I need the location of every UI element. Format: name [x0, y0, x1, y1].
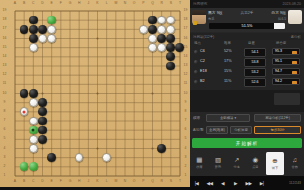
- intersection[interactable]: [10, 80, 19, 89]
- intersection[interactable]: [175, 116, 184, 125]
- intersection[interactable]: [129, 34, 138, 43]
- intersection[interactable]: [157, 125, 166, 134]
- intersection[interactable]: [65, 125, 74, 134]
- intersection[interactable]: [129, 89, 138, 98]
- intersection[interactable]: [139, 71, 148, 80]
- intersection[interactable]: [166, 153, 175, 162]
- intersection[interactable]: [120, 89, 129, 98]
- intersection[interactable]: [84, 89, 93, 98]
- intersection[interactable]: [38, 98, 47, 107]
- intersection[interactable]: [47, 171, 56, 180]
- intersection[interactable]: [75, 135, 84, 144]
- intersection[interactable]: [84, 144, 93, 153]
- intersection[interactable]: [84, 98, 93, 107]
- intersection[interactable]: [47, 16, 56, 25]
- intersection[interactable]: [29, 71, 38, 80]
- intersection[interactable]: [75, 171, 84, 180]
- ai-move-row[interactable]: E1815%53.294.7: [190, 67, 304, 76]
- intersection[interactable]: [93, 89, 102, 98]
- intersection[interactable]: [148, 116, 157, 125]
- intersection[interactable]: [120, 52, 129, 61]
- intersection[interactable]: [102, 6, 111, 15]
- intersection[interactable]: [84, 80, 93, 89]
- intersection[interactable]: [93, 153, 102, 162]
- intersection[interactable]: [139, 98, 148, 107]
- intersection[interactable]: [47, 98, 56, 107]
- intersection[interactable]: [166, 116, 175, 125]
- intersection[interactable]: [139, 116, 148, 125]
- intersection[interactable]: [157, 162, 166, 171]
- intersection[interactable]: [129, 6, 138, 15]
- intersection[interactable]: [129, 80, 138, 89]
- intersection[interactable]: [56, 43, 65, 52]
- intersection[interactable]: [102, 116, 111, 125]
- intersection[interactable]: [157, 116, 166, 125]
- intersection[interactable]: [120, 80, 129, 89]
- intersection[interactable]: [148, 135, 157, 144]
- intersection[interactable]: [10, 52, 19, 61]
- intersection[interactable]: [75, 25, 84, 34]
- intersection[interactable]: [102, 16, 111, 25]
- intersection[interactable]: [139, 16, 148, 25]
- intersection[interactable]: [10, 135, 19, 144]
- intersection[interactable]: [38, 116, 47, 125]
- intersection[interactable]: [10, 89, 19, 98]
- intersection[interactable]: [38, 153, 47, 162]
- intersection[interactable]: [56, 98, 65, 107]
- intersection[interactable]: [175, 80, 184, 89]
- tool-trymove[interactable]: ⊕试下: [266, 152, 285, 175]
- intersection[interactable]: [29, 16, 38, 25]
- intersection[interactable]: [120, 107, 129, 116]
- intersection[interactable]: [166, 16, 175, 25]
- intersection[interactable]: [10, 144, 19, 153]
- intersection[interactable]: [47, 71, 56, 80]
- intersection[interactable]: [38, 61, 47, 70]
- intersection[interactable]: [75, 125, 84, 134]
- intersection[interactable]: [175, 153, 184, 162]
- intersection[interactable]: [148, 43, 157, 52]
- intersection[interactable]: [129, 116, 138, 125]
- intersection[interactable]: [175, 25, 184, 34]
- intersection[interactable]: [102, 98, 111, 107]
- engine-depth-field[interactable]: 分析深度: [230, 126, 252, 134]
- intersection[interactable]: [111, 61, 120, 70]
- intersection[interactable]: [157, 6, 166, 15]
- intersection[interactable]: [139, 25, 148, 34]
- intersection[interactable]: [20, 162, 29, 171]
- intersection[interactable]: [20, 34, 29, 43]
- intersection[interactable]: [84, 71, 93, 80]
- intersection[interactable]: [166, 6, 175, 15]
- intersection[interactable]: [102, 80, 111, 89]
- intersection[interactable]: [93, 61, 102, 70]
- intersection[interactable]: [166, 25, 175, 34]
- intersection[interactable]: [47, 153, 56, 162]
- intersection[interactable]: [20, 43, 29, 52]
- intersection[interactable]: [129, 153, 138, 162]
- intersection[interactable]: [120, 34, 129, 43]
- intersection[interactable]: [157, 153, 166, 162]
- intersection[interactable]: [148, 162, 157, 171]
- intersection[interactable]: [148, 61, 157, 70]
- tool-sound[interactable]: ♫音效: [285, 151, 304, 174]
- intersection[interactable]: [47, 125, 56, 134]
- tool-count[interactable]: ◉点目: [246, 151, 265, 174]
- intersection[interactable]: [38, 16, 47, 25]
- intersection[interactable]: [157, 144, 166, 153]
- intersection[interactable]: [157, 107, 166, 116]
- intersection[interactable]: [175, 52, 184, 61]
- intersection[interactable]: [65, 80, 74, 89]
- intersection[interactable]: [20, 144, 29, 153]
- intersection[interactable]: [75, 16, 84, 25]
- intersection[interactable]: [75, 153, 84, 162]
- intersection[interactable]: [56, 116, 65, 125]
- intersection[interactable]: [166, 52, 175, 61]
- intersection[interactable]: [129, 61, 138, 70]
- intersection[interactable]: [102, 52, 111, 61]
- intersection[interactable]: [93, 71, 102, 80]
- intersection[interactable]: [10, 98, 19, 107]
- intersection[interactable]: [157, 71, 166, 80]
- intersection[interactable]: [175, 162, 184, 171]
- intersection[interactable]: [29, 61, 38, 70]
- intersection[interactable]: [166, 34, 175, 43]
- intersection[interactable]: [20, 25, 29, 34]
- tool-share[interactable]: ↗分享: [227, 151, 246, 174]
- intersection[interactable]: [102, 153, 111, 162]
- intersection[interactable]: [93, 98, 102, 107]
- intersection[interactable]: [111, 162, 120, 171]
- intersection[interactable]: [111, 98, 120, 107]
- tool-shape[interactable]: ▧形势: [209, 151, 228, 174]
- intersection[interactable]: [157, 98, 166, 107]
- intersection[interactable]: [148, 80, 157, 89]
- intersection[interactable]: [148, 25, 157, 34]
- intersection[interactable]: [38, 52, 47, 61]
- intersection[interactable]: [10, 125, 19, 134]
- intersection[interactable]: [75, 52, 84, 61]
- intersection[interactable]: [157, 16, 166, 25]
- intersection[interactable]: [56, 16, 65, 25]
- intersection[interactable]: [29, 116, 38, 125]
- intersection[interactable]: [129, 144, 138, 153]
- intersection[interactable]: [102, 89, 111, 98]
- intersection[interactable]: [56, 52, 65, 61]
- intersection[interactable]: [20, 61, 29, 70]
- intersection[interactable]: [20, 80, 29, 89]
- kifu-select[interactable]: 全部棋谱 ▾: [206, 114, 250, 122]
- intersection[interactable]: [84, 16, 93, 25]
- intersection[interactable]: [120, 71, 129, 80]
- intersection[interactable]: [84, 25, 93, 34]
- intersection[interactable]: [38, 25, 47, 34]
- intersection[interactable]: [139, 144, 148, 153]
- intersection[interactable]: [120, 16, 129, 25]
- intersection[interactable]: [102, 171, 111, 180]
- intersection[interactable]: [47, 25, 56, 34]
- intersection[interactable]: [29, 52, 38, 61]
- next-move-button[interactable]: ▶: [229, 181, 242, 186]
- intersection[interactable]: [129, 71, 138, 80]
- intersection[interactable]: [10, 34, 19, 43]
- intersection[interactable]: [47, 162, 56, 171]
- intersection[interactable]: [29, 135, 38, 144]
- intersection[interactable]: [175, 43, 184, 52]
- intersection[interactable]: [56, 153, 65, 162]
- intersection[interactable]: [93, 52, 102, 61]
- intersection[interactable]: [93, 116, 102, 125]
- intersection[interactable]: [111, 71, 120, 80]
- intersection[interactable]: [56, 6, 65, 15]
- intersection[interactable]: [56, 80, 65, 89]
- intersection[interactable]: [84, 34, 93, 43]
- intersection[interactable]: [102, 34, 111, 43]
- intersection[interactable]: [29, 153, 38, 162]
- intersection[interactable]: [47, 34, 56, 43]
- intersection[interactable]: [148, 52, 157, 61]
- intersection[interactable]: [157, 43, 166, 52]
- intersection[interactable]: [10, 107, 19, 116]
- intersection[interactable]: [29, 80, 38, 89]
- intersection[interactable]: [93, 144, 102, 153]
- intersection[interactable]: [120, 116, 129, 125]
- intersection[interactable]: [10, 43, 19, 52]
- ai-move-row[interactable]: B211%52.694.2: [190, 77, 304, 86]
- intersection[interactable]: [10, 171, 19, 180]
- intersection[interactable]: [148, 144, 157, 153]
- intersection[interactable]: [120, 98, 129, 107]
- intersection[interactable]: [175, 125, 184, 134]
- intersection[interactable]: [29, 107, 38, 116]
- intersection[interactable]: [20, 6, 29, 15]
- intersection[interactable]: [102, 43, 111, 52]
- intersection[interactable]: [166, 162, 175, 171]
- intersection[interactable]: [56, 71, 65, 80]
- intersection[interactable]: [29, 6, 38, 15]
- intersection[interactable]: [29, 171, 38, 180]
- intersection[interactable]: [93, 162, 102, 171]
- intersection[interactable]: [111, 52, 120, 61]
- intersection[interactable]: [65, 16, 74, 25]
- intersection[interactable]: [157, 135, 166, 144]
- ai-move-row[interactable]: C217%53.895.1: [190, 57, 304, 66]
- intersection[interactable]: [129, 125, 138, 134]
- intersection[interactable]: [139, 80, 148, 89]
- intersection[interactable]: [111, 107, 120, 116]
- intersection[interactable]: [84, 125, 93, 134]
- intersection[interactable]: [166, 107, 175, 116]
- intersection[interactable]: [93, 171, 102, 180]
- intersection[interactable]: [75, 61, 84, 70]
- intersection[interactable]: [65, 98, 74, 107]
- intersection[interactable]: [148, 107, 157, 116]
- intersection[interactable]: [65, 89, 74, 98]
- intersection[interactable]: [129, 107, 138, 116]
- intersection[interactable]: [75, 43, 84, 52]
- intersection[interactable]: [175, 16, 184, 25]
- intersection[interactable]: [29, 89, 38, 98]
- intersection[interactable]: [65, 107, 74, 116]
- intersection[interactable]: [65, 162, 74, 171]
- intersection[interactable]: [65, 71, 74, 80]
- intersection[interactable]: [157, 34, 166, 43]
- last-move-button[interactable]: ▶|: [255, 181, 268, 186]
- intersection[interactable]: [175, 98, 184, 107]
- intersection[interactable]: [38, 162, 47, 171]
- intersection[interactable]: [166, 125, 175, 134]
- intersection[interactable]: [38, 89, 47, 98]
- intersection[interactable]: [29, 25, 38, 34]
- intersection[interactable]: [102, 125, 111, 134]
- intersection[interactable]: [47, 107, 56, 116]
- intersection[interactable]: [65, 52, 74, 61]
- intersection[interactable]: [29, 125, 38, 134]
- intersection[interactable]: [93, 43, 102, 52]
- intersection[interactable]: [65, 135, 74, 144]
- intersection[interactable]: [139, 125, 148, 134]
- intersection[interactable]: [102, 61, 111, 70]
- intersection[interactable]: [175, 71, 184, 80]
- intersection[interactable]: [148, 153, 157, 162]
- intersection[interactable]: [29, 34, 38, 43]
- intersection[interactable]: [84, 61, 93, 70]
- intersection[interactable]: [120, 153, 129, 162]
- intersection[interactable]: [75, 71, 84, 80]
- intersection[interactable]: [166, 71, 175, 80]
- intersection[interactable]: [38, 80, 47, 89]
- intersection[interactable]: [175, 135, 184, 144]
- intersection[interactable]: [120, 43, 129, 52]
- intersection[interactable]: [93, 107, 102, 116]
- intersection[interactable]: [139, 61, 148, 70]
- intersection[interactable]: [75, 80, 84, 89]
- intersection[interactable]: [47, 52, 56, 61]
- intersection[interactable]: [148, 34, 157, 43]
- intersection[interactable]: [20, 98, 29, 107]
- intersection[interactable]: [20, 107, 29, 116]
- intersection[interactable]: [84, 162, 93, 171]
- intersection[interactable]: [111, 43, 120, 52]
- intersection[interactable]: [175, 107, 184, 116]
- intersection[interactable]: [129, 52, 138, 61]
- intersection[interactable]: [175, 34, 184, 43]
- intersection[interactable]: [111, 135, 120, 144]
- intersection[interactable]: [47, 43, 56, 52]
- intersection[interactable]: [139, 43, 148, 52]
- intersection[interactable]: [139, 6, 148, 15]
- intersection[interactable]: [84, 135, 93, 144]
- intersection[interactable]: [56, 89, 65, 98]
- intersection[interactable]: [111, 125, 120, 134]
- intersection[interactable]: [175, 6, 184, 15]
- intersection[interactable]: [102, 162, 111, 171]
- intersection[interactable]: [139, 34, 148, 43]
- intersection[interactable]: [120, 171, 129, 180]
- intersection[interactable]: [129, 16, 138, 25]
- engine-mode-field[interactable]: 全局(胜率): [206, 126, 228, 134]
- intersection[interactable]: [148, 6, 157, 15]
- intersection[interactable]: [166, 98, 175, 107]
- intersection[interactable]: [84, 43, 93, 52]
- intersection[interactable]: [20, 16, 29, 25]
- intersection[interactable]: [102, 25, 111, 34]
- intersection[interactable]: [38, 34, 47, 43]
- intersection[interactable]: [65, 144, 74, 153]
- intersection[interactable]: [29, 43, 38, 52]
- intersection[interactable]: [10, 25, 19, 34]
- intersection[interactable]: [93, 135, 102, 144]
- intersection[interactable]: [84, 153, 93, 162]
- intersection[interactable]: [65, 61, 74, 70]
- intersection[interactable]: [157, 89, 166, 98]
- intersection[interactable]: [75, 107, 84, 116]
- intersection[interactable]: [75, 89, 84, 98]
- intersection[interactable]: [84, 116, 93, 125]
- intersection[interactable]: [166, 80, 175, 89]
- intersection[interactable]: [65, 34, 74, 43]
- time-per-move-field[interactable]: 每步30秒: [254, 126, 301, 134]
- intersection[interactable]: [29, 144, 38, 153]
- intersection[interactable]: [175, 144, 184, 153]
- prev-move-button[interactable]: ◀: [216, 181, 229, 186]
- intersection[interactable]: [20, 52, 29, 61]
- intersection[interactable]: [157, 171, 166, 180]
- intersection[interactable]: [56, 125, 65, 134]
- intersection[interactable]: [120, 6, 129, 15]
- forward-10-button[interactable]: ▶▶: [242, 181, 255, 186]
- intersection[interactable]: [56, 107, 65, 116]
- intersection[interactable]: [56, 144, 65, 153]
- intersection[interactable]: [139, 135, 148, 144]
- intersection[interactable]: [111, 171, 120, 180]
- intersection[interactable]: [139, 107, 148, 116]
- intersection[interactable]: [102, 144, 111, 153]
- intersection[interactable]: [129, 43, 138, 52]
- intersection[interactable]: [93, 80, 102, 89]
- intersection[interactable]: [120, 135, 129, 144]
- intersection[interactable]: [111, 16, 120, 25]
- intersection[interactable]: [65, 43, 74, 52]
- intersection[interactable]: [84, 52, 93, 61]
- intersection[interactable]: [139, 162, 148, 171]
- intersection[interactable]: [29, 98, 38, 107]
- intersection[interactable]: [75, 144, 84, 153]
- intersection[interactable]: [93, 25, 102, 34]
- intersection[interactable]: [47, 116, 56, 125]
- intersection[interactable]: [75, 98, 84, 107]
- intersection[interactable]: [120, 61, 129, 70]
- intersection[interactable]: [93, 6, 102, 15]
- intersection[interactable]: [56, 135, 65, 144]
- intersection[interactable]: [20, 135, 29, 144]
- tool-kifu[interactable]: ▦棋谱: [190, 151, 209, 174]
- intersection[interactable]: [47, 135, 56, 144]
- intersection[interactable]: [129, 171, 138, 180]
- intersection[interactable]: [102, 135, 111, 144]
- intersection[interactable]: [139, 153, 148, 162]
- intersection[interactable]: [47, 144, 56, 153]
- intersection[interactable]: [10, 116, 19, 125]
- intersection[interactable]: [111, 144, 120, 153]
- intersection[interactable]: [20, 116, 29, 125]
- intersection[interactable]: [111, 153, 120, 162]
- intersection[interactable]: [120, 144, 129, 153]
- intersection[interactable]: [47, 61, 56, 70]
- intersection[interactable]: [166, 61, 175, 70]
- intersection[interactable]: [65, 153, 74, 162]
